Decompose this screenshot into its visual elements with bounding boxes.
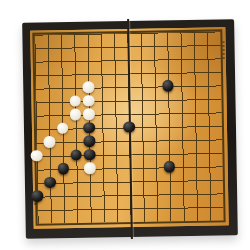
black-stone[interactable] (83, 135, 95, 147)
black-stone[interactable] (164, 161, 176, 173)
black-stone[interactable] (162, 80, 174, 92)
white-stone[interactable] (70, 108, 82, 120)
black-stone[interactable] (83, 122, 95, 134)
white-stone[interactable] (44, 136, 56, 148)
black-stone[interactable] (57, 163, 69, 175)
white-stone[interactable] (69, 95, 81, 107)
black-stone[interactable] (31, 190, 43, 202)
white-stone[interactable] (84, 162, 96, 174)
white-stone[interactable] (83, 95, 95, 107)
folding-go-board (22, 19, 238, 239)
white-stone[interactable] (83, 108, 95, 120)
black-stone[interactable] (84, 149, 96, 161)
black-stone[interactable] (70, 149, 82, 161)
margin-inscription-right (222, 41, 224, 59)
white-stone[interactable] (31, 150, 43, 162)
white-stone[interactable] (83, 81, 95, 93)
white-stone[interactable] (57, 122, 69, 134)
black-stone[interactable] (123, 121, 135, 133)
board-wood-surface (30, 27, 228, 228)
product-photo-scene (0, 0, 250, 250)
black-stone[interactable] (44, 176, 56, 188)
